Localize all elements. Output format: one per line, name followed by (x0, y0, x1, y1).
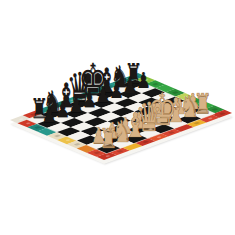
board-square: ♜ (97, 144, 120, 153)
chess-set-product-photo: ♜♞♝♛♚♝♞♜♟♟♟♟♟♟♟♟♟♟♟♟♟♟♟♟♜♞♝♛♚♝♞♜ (0, 0, 235, 235)
chess-piece-white-rook: ♜ (86, 125, 131, 152)
chess-board: ♜♞♝♛♚♝♞♜♟♟♟♟♟♟♟♟♟♟♟♟♟♟♟♟♜♞♝♛♚♝♞♜ (10, 73, 232, 160)
